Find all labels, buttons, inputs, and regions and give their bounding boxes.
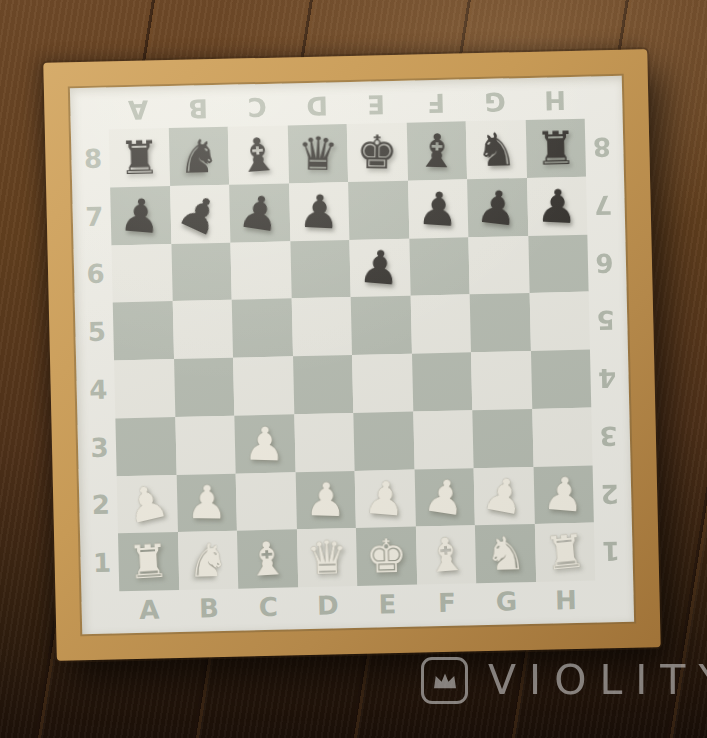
square-b6[interactable]: [171, 242, 232, 301]
piece-black-knight[interactable]: ♞: [178, 133, 220, 180]
corner-cell: [86, 591, 120, 629]
square-h7[interactable]: ♟: [527, 176, 588, 235]
square-d4[interactable]: [293, 355, 354, 414]
square-g7[interactable]: ♟: [467, 178, 528, 237]
square-b3[interactable]: [175, 415, 236, 474]
square-a6[interactable]: [111, 244, 172, 303]
file-label-bottom-h: H: [536, 581, 596, 619]
rank-label-left-6: 6: [78, 245, 112, 303]
square-e6[interactable]: ♟: [349, 238, 410, 297]
square-g2[interactable]: ♟: [474, 466, 535, 525]
rank-label-right-7: 7: [586, 176, 620, 234]
piece-black-pawn[interactable]: ♟: [416, 184, 460, 233]
square-h3[interactable]: [532, 407, 593, 466]
square-c7[interactable]: ♟: [229, 183, 290, 242]
square-c5[interactable]: [232, 299, 293, 358]
square-f4[interactable]: [411, 352, 472, 411]
piece-white-pawn[interactable]: ♟: [243, 420, 286, 467]
square-d1[interactable]: ♛: [296, 528, 357, 587]
file-label-bottom-c: C: [238, 587, 298, 625]
rank-label-left-5: 5: [80, 303, 114, 361]
square-d8[interactable]: ♛: [287, 124, 348, 183]
square-b2[interactable]: ♟: [176, 473, 237, 532]
square-f6[interactable]: [409, 237, 470, 296]
rank-label-left-7: 7: [77, 187, 111, 245]
square-g4[interactable]: [471, 351, 532, 410]
square-g1[interactable]: ♞: [475, 524, 536, 583]
violity-watermark: VIOLITY: [421, 656, 707, 704]
rank-label-right-5: 5: [589, 291, 623, 349]
wood-floor-photo: ABCDEFGH8♜♞♝♛♚♝♞♜87♟♟♟♟♟♟♟76♟655443♟32♟♟…: [0, 0, 707, 738]
piece-black-pawn[interactable]: ♟: [297, 187, 340, 235]
square-h1[interactable]: ♜: [534, 523, 595, 582]
file-label-top-g: G: [465, 83, 525, 121]
square-e7[interactable]: [348, 180, 409, 239]
square-d3[interactable]: [294, 413, 355, 472]
file-label-top-d: D: [286, 87, 346, 125]
square-b8[interactable]: ♞: [168, 127, 229, 186]
square-f2[interactable]: ♟: [414, 468, 475, 527]
piece-white-rook[interactable]: ♜: [126, 538, 170, 586]
piece-black-bishop[interactable]: ♝: [236, 130, 281, 179]
file-label-top-a: A: [108, 91, 168, 129]
file-label-top-c: C: [227, 88, 287, 126]
piece-black-pawn[interactable]: ♟: [357, 243, 402, 292]
piece-white-bishop[interactable]: ♝: [245, 535, 289, 583]
piece-white-pawn[interactable]: ♟: [363, 474, 408, 523]
square-c2[interactable]: [236, 472, 297, 531]
piece-white-pawn[interactable]: ♟: [186, 479, 228, 526]
square-b5[interactable]: [172, 300, 233, 359]
square-e5[interactable]: [351, 296, 412, 355]
watermark-text: VIOLITY: [488, 656, 707, 704]
rank-label-left-3: 3: [82, 418, 116, 476]
square-g6[interactable]: [468, 235, 529, 294]
piece-white-pawn[interactable]: ♟: [541, 470, 586, 519]
file-label-top-f: F: [405, 84, 465, 122]
square-g8[interactable]: ♞: [466, 120, 527, 179]
piece-black-queen[interactable]: ♛: [297, 130, 339, 177]
square-a3[interactable]: [115, 417, 176, 476]
piece-black-pawn[interactable]: ♟: [535, 182, 578, 230]
file-label-bottom-d: D: [298, 586, 358, 624]
piece-white-pawn[interactable]: ♟: [122, 477, 173, 531]
corner-cell: [584, 81, 618, 119]
piece-white-pawn[interactable]: ♟: [304, 476, 347, 523]
piece-black-pawn[interactable]: ♟: [118, 191, 163, 240]
rank-label-right-3: 3: [591, 407, 625, 465]
chess-board: ABCDEFGH8♜♞♝♛♚♝♞♜87♟♟♟♟♟♟♟76♟655443♟32♟♟…: [70, 76, 634, 634]
square-e8[interactable]: ♚: [347, 123, 408, 182]
piece-white-pawn[interactable]: ♟: [479, 470, 528, 523]
piece-black-bishop[interactable]: ♝: [415, 127, 458, 174]
piece-white-bishop[interactable]: ♝: [424, 531, 469, 580]
rank-label-right-2: 2: [593, 464, 627, 522]
square-e3[interactable]: [353, 411, 414, 470]
piece-white-queen[interactable]: ♛: [306, 534, 348, 581]
corner-cell: [595, 580, 629, 618]
file-label-bottom-e: E: [357, 585, 417, 623]
square-f1[interactable]: ♝: [415, 526, 476, 585]
square-h8[interactable]: ♜: [525, 119, 586, 178]
chess-board-frame: ABCDEFGH8♜♞♝♛♚♝♞♜87♟♟♟♟♟♟♟76♟655443♟32♟♟…: [43, 49, 660, 661]
file-label-bottom-g: G: [476, 582, 536, 620]
square-a1[interactable]: ♜: [118, 532, 179, 591]
square-d6[interactable]: [290, 240, 351, 299]
square-g5[interactable]: [470, 293, 531, 352]
board-grid: ABCDEFGH8♜♞♝♛♚♝♞♜87♟♟♟♟♟♟♟76♟655443♟32♟♟…: [75, 81, 629, 629]
crown-icon: [421, 657, 468, 704]
rank-label-right-8: 8: [585, 118, 619, 176]
file-label-top-h: H: [524, 82, 584, 120]
file-label-bottom-a: A: [119, 590, 179, 628]
square-a8[interactable]: ♜: [109, 128, 170, 187]
corner-cell: [75, 92, 109, 130]
square-c3[interactable]: ♟: [234, 414, 295, 473]
square-d7[interactable]: ♟: [289, 182, 350, 241]
square-c6[interactable]: [230, 241, 291, 300]
square-a7[interactable]: ♟: [110, 186, 171, 245]
piece-black-knight[interactable]: ♞: [475, 126, 517, 173]
square-h5[interactable]: [529, 292, 590, 351]
piece-white-king[interactable]: ♚: [365, 533, 407, 580]
piece-black-pawn[interactable]: ♟: [172, 185, 229, 244]
piece-black-pawn[interactable]: ♟: [236, 187, 284, 239]
square-g3[interactable]: [472, 409, 533, 468]
square-d5[interactable]: [291, 297, 352, 356]
square-a5[interactable]: [113, 301, 174, 360]
square-f7[interactable]: ♟: [408, 179, 469, 238]
square-c1[interactable]: ♝: [237, 530, 298, 589]
piece-white-pawn[interactable]: ♟: [421, 471, 469, 523]
square-f8[interactable]: ♝: [406, 121, 467, 180]
piece-black-king[interactable]: ♚: [356, 129, 398, 176]
file-label-top-e: E: [346, 86, 406, 124]
square-e2[interactable]: ♟: [355, 469, 416, 528]
piece-black-rook[interactable]: ♜: [534, 125, 576, 172]
piece-black-pawn[interactable]: ♟: [474, 182, 520, 232]
square-f5[interactable]: [410, 295, 471, 354]
rank-label-left-1: 1: [85, 534, 119, 592]
square-c8[interactable]: ♝: [228, 125, 289, 184]
file-label-top-b: B: [167, 90, 227, 128]
file-label-bottom-b: B: [179, 589, 239, 627]
square-e1[interactable]: ♚: [356, 527, 417, 586]
square-f3[interactable]: [413, 410, 474, 469]
rank-label-right-1: 1: [594, 522, 628, 580]
piece-white-knight[interactable]: ♞: [484, 530, 526, 577]
square-c4[interactable]: [233, 356, 294, 415]
square-h2[interactable]: ♟: [533, 465, 594, 524]
piece-white-rook[interactable]: ♜: [542, 528, 587, 578]
rank-label-left-8: 8: [76, 129, 110, 187]
rank-label-right-6: 6: [587, 233, 621, 291]
square-a4[interactable]: [114, 359, 175, 418]
rank-label-left-2: 2: [84, 476, 118, 534]
piece-white-knight[interactable]: ♞: [187, 537, 229, 584]
rank-label-right-4: 4: [590, 349, 624, 407]
crown-glyph: [430, 667, 460, 693]
square-a2[interactable]: ♟: [117, 475, 178, 534]
square-b4[interactable]: [174, 358, 235, 417]
square-b1[interactable]: ♞: [177, 531, 238, 590]
square-h6[interactable]: [528, 234, 589, 293]
piece-black-rook[interactable]: ♜: [118, 134, 160, 181]
rank-label-left-4: 4: [81, 360, 115, 418]
square-b7[interactable]: ♟: [170, 184, 231, 243]
square-h4[interactable]: [530, 350, 591, 409]
file-label-bottom-f: F: [417, 583, 477, 621]
square-e4[interactable]: [352, 354, 413, 413]
square-d2[interactable]: ♟: [295, 470, 356, 529]
